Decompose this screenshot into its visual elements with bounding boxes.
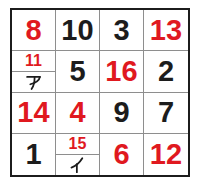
kana-a-label	[25, 74, 42, 90]
cell-answer-number: 15	[56, 134, 99, 155]
cell-r3c3: 9	[100, 93, 144, 134]
cell-kana-box	[56, 155, 99, 175]
cell-r1c1: 8	[12, 10, 56, 51]
cell-value: 8	[25, 16, 41, 45]
cell-value: 4	[69, 98, 85, 127]
cell-r4c4: 12	[144, 134, 188, 175]
cell-r1c3: 3	[100, 10, 144, 51]
cell-value: 16	[105, 57, 137, 86]
cell-r3c4: 7	[144, 93, 188, 134]
cell-r4c3: 6	[100, 134, 144, 175]
cell-value: 14	[17, 98, 49, 127]
cell-value: 2	[158, 57, 174, 86]
cell-r2c2: 5	[56, 51, 100, 92]
cell-r2c3: 16	[100, 51, 144, 92]
cell-value: 10	[61, 16, 93, 45]
cell-r2c4: 2	[144, 51, 188, 92]
cell-r2c1: 11	[12, 51, 56, 92]
kana-i-label	[69, 157, 86, 173]
cell-r4c1: 1	[12, 134, 56, 175]
cell-value: 3	[113, 16, 129, 45]
cell-value: 13	[150, 16, 182, 45]
cell-r3c2: 4	[56, 93, 100, 134]
cell-value: 7	[158, 98, 174, 127]
cell-r1c2: 10	[56, 10, 100, 51]
cell-value: 1	[25, 140, 41, 169]
cell-value: 12	[150, 140, 182, 169]
cell-r4c2: 15	[56, 134, 100, 175]
magic-square-board: 81031311516214497115612	[10, 8, 190, 177]
cell-value: 6	[113, 140, 129, 169]
cell-r1c4: 13	[144, 10, 188, 51]
cell-kana-box	[12, 72, 55, 92]
cell-answer-number: 11	[12, 51, 55, 72]
cell-r3c1: 14	[12, 93, 56, 134]
cell-value: 5	[69, 57, 85, 86]
cell-value: 9	[113, 98, 129, 127]
